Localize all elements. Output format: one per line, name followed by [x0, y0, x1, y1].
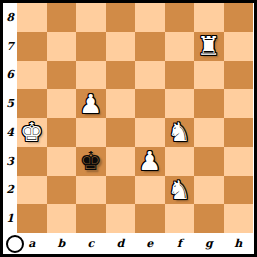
square-e8[interactable]	[135, 3, 165, 32]
square-d3[interactable]	[106, 147, 136, 176]
square-c8[interactable]	[76, 3, 106, 32]
square-e6[interactable]	[135, 61, 165, 90]
square-c7[interactable]	[76, 32, 106, 61]
square-a5[interactable]	[17, 89, 47, 118]
square-f3[interactable]	[165, 147, 195, 176]
file-label-d: d	[106, 233, 136, 254]
board-area: 87654321 ♜♟♚♞♚♟♞ abcdefgh	[3, 3, 254, 254]
square-f1[interactable]	[165, 204, 195, 233]
square-f7[interactable]	[165, 32, 195, 61]
rank-label-5: 5	[3, 89, 17, 118]
square-g6[interactable]	[194, 61, 224, 90]
white-to-move-indicator	[6, 235, 24, 253]
square-f5[interactable]	[165, 89, 195, 118]
square-e5[interactable]	[135, 89, 165, 118]
file-label-f: f	[165, 233, 195, 254]
chess-board: ♜♟♚♞♚♟♞	[17, 3, 253, 233]
file-label-c: c	[76, 233, 106, 254]
square-h2[interactable]	[224, 176, 254, 205]
square-g1[interactable]	[194, 204, 224, 233]
square-b2[interactable]	[47, 176, 77, 205]
square-f4[interactable]: ♞	[165, 118, 195, 147]
square-h8[interactable]	[224, 3, 254, 32]
square-f2[interactable]: ♞	[165, 176, 195, 205]
square-g7[interactable]: ♜	[194, 32, 224, 61]
square-c5[interactable]: ♟	[76, 89, 106, 118]
square-a1[interactable]	[17, 204, 47, 233]
file-labels: abcdefgh	[17, 233, 253, 254]
file-label-b: b	[47, 233, 77, 254]
rank-label-8: 8	[3, 3, 17, 32]
piece-white-rook-g7[interactable]: ♜	[197, 33, 220, 59]
piece-white-king-a4[interactable]: ♚	[20, 119, 43, 145]
square-c6[interactable]	[76, 61, 106, 90]
square-g2[interactable]	[194, 176, 224, 205]
square-b5[interactable]	[47, 89, 77, 118]
square-a6[interactable]	[17, 61, 47, 90]
rank-label-2: 2	[3, 176, 17, 205]
chess-diagram: 87654321 ♜♟♚♞♚♟♞ abcdefgh	[0, 0, 257, 257]
rank-label-4: 4	[3, 118, 17, 147]
square-a4[interactable]: ♚	[17, 118, 47, 147]
square-h6[interactable]	[224, 61, 254, 90]
square-e7[interactable]	[135, 32, 165, 61]
square-b3[interactable]	[47, 147, 77, 176]
piece-white-knight-f4[interactable]: ♞	[168, 119, 191, 145]
square-h5[interactable]	[224, 89, 254, 118]
square-e1[interactable]	[135, 204, 165, 233]
square-d6[interactable]	[106, 61, 136, 90]
square-d1[interactable]	[106, 204, 136, 233]
square-a8[interactable]	[17, 3, 47, 32]
square-b7[interactable]	[47, 32, 77, 61]
square-a3[interactable]	[17, 147, 47, 176]
file-label-e: e	[135, 233, 165, 254]
rank-labels: 87654321	[3, 3, 17, 233]
square-b6[interactable]	[47, 61, 77, 90]
square-b8[interactable]	[47, 3, 77, 32]
square-d5[interactable]	[106, 89, 136, 118]
square-c4[interactable]	[76, 118, 106, 147]
square-b4[interactable]	[47, 118, 77, 147]
square-h4[interactable]	[224, 118, 254, 147]
file-label-h: h	[224, 233, 254, 254]
square-e3[interactable]: ♟	[135, 147, 165, 176]
rank-label-1: 1	[3, 204, 17, 233]
square-g3[interactable]	[194, 147, 224, 176]
square-d8[interactable]	[106, 3, 136, 32]
square-c1[interactable]	[76, 204, 106, 233]
square-d4[interactable]	[106, 118, 136, 147]
square-h3[interactable]	[224, 147, 254, 176]
square-c3[interactable]: ♚	[76, 147, 106, 176]
square-g8[interactable]	[194, 3, 224, 32]
square-f8[interactable]	[165, 3, 195, 32]
square-h1[interactable]	[224, 204, 254, 233]
file-label-g: g	[194, 233, 224, 254]
square-a7[interactable]	[17, 32, 47, 61]
piece-black-king-c3[interactable]: ♚	[79, 148, 102, 174]
square-b1[interactable]	[47, 204, 77, 233]
square-h7[interactable]	[224, 32, 254, 61]
rank-label-6: 6	[3, 61, 17, 90]
square-d2[interactable]	[106, 176, 136, 205]
square-a2[interactable]	[17, 176, 47, 205]
square-f6[interactable]	[165, 61, 195, 90]
square-g5[interactable]	[194, 89, 224, 118]
square-e4[interactable]	[135, 118, 165, 147]
square-d7[interactable]	[106, 32, 136, 61]
piece-white-pawn-c5[interactable]: ♟	[79, 91, 102, 117]
square-e2[interactable]	[135, 176, 165, 205]
rank-label-3: 3	[3, 147, 17, 176]
square-c2[interactable]	[76, 176, 106, 205]
square-g4[interactable]	[194, 118, 224, 147]
piece-white-pawn-e3[interactable]: ♟	[138, 148, 161, 174]
rank-label-7: 7	[3, 32, 17, 61]
piece-white-knight-f2[interactable]: ♞	[168, 177, 191, 203]
